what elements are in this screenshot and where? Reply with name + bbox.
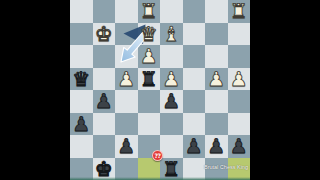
empty-c6 — [115, 45, 138, 68]
letterbox-left — [0, 0, 70, 180]
piece-black-pawn-b4[interactable]: ♟︎ — [93, 90, 116, 113]
watermark-text: Brutal Chess King — [204, 164, 248, 170]
black-pawn-glyph: ♟︎ — [185, 136, 203, 156]
white-pawn-glyph: ♟︎ — [230, 69, 248, 89]
chess-board: ♜♜♚♛♝♟︎♛♟︎♜♟︎♟︎♟︎♟︎♟︎♟︎♟︎♟︎♟︎♟︎♚♜ ?? Bru… — [70, 0, 250, 180]
piece-black-pawn-e4[interactable]: ♟︎ — [160, 90, 183, 113]
piece-white-pawn-h5[interactable]: ♟︎ — [228, 68, 251, 91]
empty-e2 — [160, 135, 183, 158]
empty-b5 — [93, 68, 116, 91]
white-pawn-glyph: ♟︎ — [207, 69, 225, 89]
piece-black-pawn-g2[interactable]: ♟︎ — [205, 135, 228, 158]
video-frame: ♜♜♚♛♝♟︎♛♟︎♜♟︎♟︎♟︎♟︎♟︎♟︎♟︎♟︎♟︎♟︎♚♜ ?? Bru… — [0, 0, 320, 180]
white-pawn-glyph: ♟︎ — [140, 46, 158, 66]
black-pawn-glyph: ♟︎ — [230, 136, 248, 156]
empty-b6 — [93, 45, 116, 68]
piece-black-pawn-f2[interactable]: ♟︎ — [183, 135, 206, 158]
white-queen-glyph: ♛ — [140, 24, 158, 44]
blunder-badge: ?? — [152, 150, 163, 161]
empty-a2 — [70, 135, 93, 158]
piece-white-bishop-e7[interactable]: ♝ — [160, 23, 183, 46]
white-bishop-glyph: ♝ — [162, 24, 180, 44]
black-rook-glyph: ♜ — [140, 69, 158, 89]
empty-d3 — [138, 113, 161, 136]
white-pawn-glyph: ♟︎ — [117, 69, 135, 89]
black-pawn-glyph: ♟︎ — [95, 91, 113, 111]
empty-c3 — [115, 113, 138, 136]
piece-black-pawn-c2[interactable]: ♟︎ — [115, 135, 138, 158]
empty-h3 — [228, 113, 251, 136]
empty-f4 — [183, 90, 206, 113]
piece-white-pawn-g5[interactable]: ♟︎ — [205, 68, 228, 91]
empty-f6 — [183, 45, 206, 68]
piece-white-queen-d7[interactable]: ♛ — [138, 23, 161, 46]
white-pawn-glyph: ♟︎ — [162, 69, 180, 89]
piece-white-rook-d8[interactable]: ♜ — [138, 0, 161, 23]
empty-e6 — [160, 45, 183, 68]
black-king-glyph: ♚ — [95, 159, 113, 179]
empty-g4 — [205, 90, 228, 113]
black-rook-glyph: ♜ — [162, 159, 180, 179]
piece-black-pawn-a3[interactable]: ♟︎ — [70, 113, 93, 136]
black-pawn-glyph: ♟︎ — [72, 114, 90, 134]
empty-g8 — [205, 0, 228, 23]
black-pawn-glyph: ♟︎ — [117, 136, 135, 156]
letterbox-right — [250, 0, 320, 180]
piece-white-pawn-e5[interactable]: ♟︎ — [160, 68, 183, 91]
empty-c4 — [115, 90, 138, 113]
empty-g6 — [205, 45, 228, 68]
empty-e8 — [160, 0, 183, 23]
empty-d4 — [138, 90, 161, 113]
empty-b2 — [93, 135, 116, 158]
piece-black-queen-a5[interactable]: ♛ — [70, 68, 93, 91]
empty-h6 — [228, 45, 251, 68]
empty-b8 — [93, 0, 116, 23]
empty-f3 — [183, 113, 206, 136]
black-pawn-glyph: ♟︎ — [207, 136, 225, 156]
white-rook-glyph: ♜ — [230, 1, 248, 21]
piece-black-pawn-h2[interactable]: ♟︎ — [228, 135, 251, 158]
piece-white-pawn-d6[interactable]: ♟︎ — [138, 45, 161, 68]
empty-c8 — [115, 0, 138, 23]
white-rook-glyph: ♜ — [140, 1, 158, 21]
white-king-glyph: ♚ — [95, 24, 113, 44]
empty-f8 — [183, 0, 206, 23]
piece-white-pawn-c5[interactable]: ♟︎ — [115, 68, 138, 91]
empty-g7 — [205, 23, 228, 46]
piece-white-rook-h8[interactable]: ♜ — [228, 0, 251, 23]
empty-f5 — [183, 68, 206, 91]
empty-a6 — [70, 45, 93, 68]
empty-a7 — [70, 23, 93, 46]
empty-h7 — [228, 23, 251, 46]
empty-c7 — [115, 23, 138, 46]
black-pawn-glyph: ♟︎ — [162, 91, 180, 111]
empty-h4 — [228, 90, 251, 113]
piece-black-rook-d5[interactable]: ♜ — [138, 68, 161, 91]
empty-a8 — [70, 0, 93, 23]
empty-f7 — [183, 23, 206, 46]
empty-a4 — [70, 90, 93, 113]
black-queen-glyph: ♛ — [72, 69, 90, 89]
empty-b3 — [93, 113, 116, 136]
piece-white-king-b7[interactable]: ♚ — [93, 23, 116, 46]
empty-e3 — [160, 113, 183, 136]
bottom-edge-shade — [70, 177, 250, 180]
empty-g3 — [205, 113, 228, 136]
